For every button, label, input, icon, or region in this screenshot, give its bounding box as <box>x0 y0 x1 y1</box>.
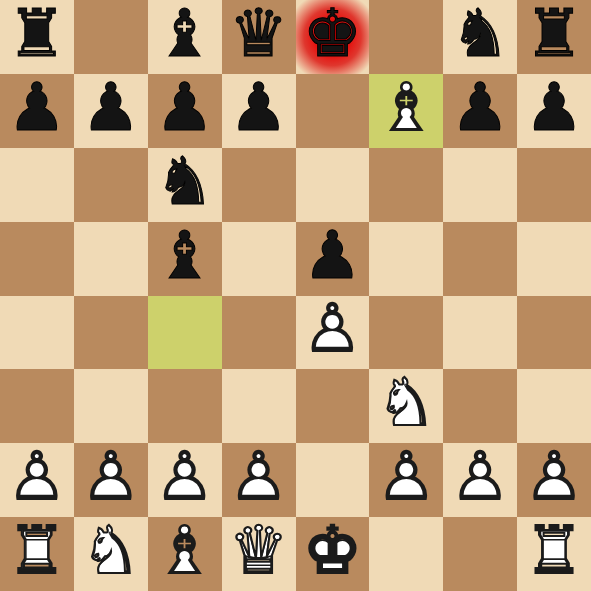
square-d1[interactable]: ♛♕ <box>222 517 296 591</box>
square-f3[interactable]: ♞♘ <box>369 369 443 443</box>
square-e6[interactable] <box>296 148 370 222</box>
square-c8[interactable]: ♝ <box>148 0 222 74</box>
square-d2[interactable]: ♟♙ <box>222 443 296 517</box>
piece-white-pawn-h2: ♟♙ <box>517 443 591 517</box>
piece-black-pawn-h7: ♟ <box>517 74 591 148</box>
square-g1[interactable] <box>443 517 517 591</box>
square-b4[interactable] <box>74 296 148 370</box>
square-d5[interactable] <box>222 222 296 296</box>
piece-black-pawn-g7: ♟ <box>443 74 517 148</box>
piece-white-pawn-a2: ♟♙ <box>0 443 74 517</box>
square-c1[interactable]: ♝♗ <box>148 517 222 591</box>
piece-white-pawn-g2: ♟♙ <box>443 443 517 517</box>
square-a7[interactable]: ♟ <box>0 74 74 148</box>
last-move-highlight <box>369 74 443 148</box>
square-a4[interactable] <box>0 296 74 370</box>
chess-board-container: ♜♝♛♚♞♜♟♟♟♟♝♗♟♟♞♝♟♟♙♞♘♟♙♟♙♟♙♟♙♟♙♟♙♟♙♜♖♞♘♝… <box>0 0 591 591</box>
square-f8[interactable] <box>369 0 443 74</box>
square-g2[interactable]: ♟♙ <box>443 443 517 517</box>
square-d4[interactable] <box>222 296 296 370</box>
square-e2[interactable] <box>296 443 370 517</box>
piece-black-bishop-c8: ♝ <box>148 0 222 74</box>
last-move-highlight <box>148 296 222 370</box>
square-b6[interactable] <box>74 148 148 222</box>
piece-black-knight-c6: ♞ <box>148 148 222 222</box>
square-e8[interactable]: ♚ <box>296 0 370 74</box>
square-a5[interactable] <box>0 222 74 296</box>
piece-white-rook-h1: ♜♖ <box>517 517 591 591</box>
square-f5[interactable] <box>369 222 443 296</box>
square-c5[interactable]: ♝ <box>148 222 222 296</box>
square-f4[interactable] <box>369 296 443 370</box>
square-g7[interactable]: ♟ <box>443 74 517 148</box>
piece-white-king-e1: ♚♔ <box>296 517 370 591</box>
piece-black-knight-g8: ♞ <box>443 0 517 74</box>
square-c2[interactable]: ♟♙ <box>148 443 222 517</box>
square-g8[interactable]: ♞ <box>443 0 517 74</box>
square-d7[interactable]: ♟ <box>222 74 296 148</box>
square-e1[interactable]: ♚♔ <box>296 517 370 591</box>
chess-board: ♜♝♛♚♞♜♟♟♟♟♝♗♟♟♞♝♟♟♙♞♘♟♙♟♙♟♙♟♙♟♙♟♙♟♙♜♖♞♘♝… <box>0 0 591 591</box>
piece-black-rook-h8: ♜ <box>517 0 591 74</box>
piece-white-bishop-c1: ♝♗ <box>148 517 222 591</box>
square-e7[interactable] <box>296 74 370 148</box>
square-c3[interactable] <box>148 369 222 443</box>
piece-white-pawn-d2: ♟♙ <box>222 443 296 517</box>
square-c4[interactable] <box>148 296 222 370</box>
piece-black-bishop-c5: ♝ <box>148 222 222 296</box>
square-a3[interactable] <box>0 369 74 443</box>
square-h1[interactable]: ♜♖ <box>517 517 591 591</box>
piece-black-pawn-e5: ♟ <box>296 222 370 296</box>
piece-white-pawn-f2: ♟♙ <box>369 443 443 517</box>
square-g5[interactable] <box>443 222 517 296</box>
piece-black-queen-d8: ♛ <box>222 0 296 74</box>
piece-white-pawn-e4: ♟♙ <box>296 296 370 370</box>
square-b7[interactable]: ♟ <box>74 74 148 148</box>
square-g6[interactable] <box>443 148 517 222</box>
square-f1[interactable] <box>369 517 443 591</box>
square-f2[interactable]: ♟♙ <box>369 443 443 517</box>
square-b5[interactable] <box>74 222 148 296</box>
square-b8[interactable] <box>74 0 148 74</box>
square-g4[interactable] <box>443 296 517 370</box>
square-a2[interactable]: ♟♙ <box>0 443 74 517</box>
piece-black-pawn-a7: ♟ <box>0 74 74 148</box>
square-a6[interactable] <box>0 148 74 222</box>
piece-white-pawn-c2: ♟♙ <box>148 443 222 517</box>
piece-white-knight-b1: ♞♘ <box>74 517 148 591</box>
square-b1[interactable]: ♞♘ <box>74 517 148 591</box>
square-b2[interactable]: ♟♙ <box>74 443 148 517</box>
square-c6[interactable]: ♞ <box>148 148 222 222</box>
piece-black-pawn-c7: ♟ <box>148 74 222 148</box>
piece-white-rook-a1: ♜♖ <box>0 517 74 591</box>
piece-black-pawn-d7: ♟ <box>222 74 296 148</box>
piece-white-pawn-b2: ♟♙ <box>74 443 148 517</box>
square-e5[interactable]: ♟ <box>296 222 370 296</box>
square-h5[interactable] <box>517 222 591 296</box>
square-e4[interactable]: ♟♙ <box>296 296 370 370</box>
square-e3[interactable] <box>296 369 370 443</box>
square-h7[interactable]: ♟ <box>517 74 591 148</box>
square-h3[interactable] <box>517 369 591 443</box>
square-f6[interactable] <box>369 148 443 222</box>
square-a8[interactable]: ♜ <box>0 0 74 74</box>
square-h4[interactable] <box>517 296 591 370</box>
square-g3[interactable] <box>443 369 517 443</box>
square-d6[interactable] <box>222 148 296 222</box>
square-h6[interactable] <box>517 148 591 222</box>
square-b3[interactable] <box>74 369 148 443</box>
piece-white-queen-d1: ♛♕ <box>222 517 296 591</box>
square-a1[interactable]: ♜♖ <box>0 517 74 591</box>
square-c7[interactable]: ♟ <box>148 74 222 148</box>
piece-white-knight-f3: ♞♘ <box>369 369 443 443</box>
piece-black-rook-a8: ♜ <box>0 0 74 74</box>
square-f7[interactable]: ♝♗ <box>369 74 443 148</box>
square-d3[interactable] <box>222 369 296 443</box>
square-h8[interactable]: ♜ <box>517 0 591 74</box>
piece-black-pawn-b7: ♟ <box>74 74 148 148</box>
square-d8[interactable]: ♛ <box>222 0 296 74</box>
check-glow <box>296 0 370 74</box>
square-h2[interactable]: ♟♙ <box>517 443 591 517</box>
